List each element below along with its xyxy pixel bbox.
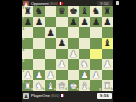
square-f8[interactable]: ♝ [79, 6, 90, 17]
square-g8[interactable]: ♞ [90, 6, 101, 17]
square-c4[interactable] [45, 49, 56, 60]
piece-white-pawn[interactable]: ♟ [35, 70, 43, 80]
menu-icon[interactable] [116, 1, 119, 5]
rank-label-7: 7 [23, 17, 25, 20]
square-f3[interactable]: ♞ [79, 59, 90, 70]
square-b3[interactable] [33, 59, 44, 70]
square-h5[interactable]: ♝ [102, 38, 113, 49]
player-clock: 9:56 [97, 93, 112, 99]
piece-white-king[interactable]: ♚ [69, 81, 77, 91]
square-c7[interactable] [45, 17, 56, 28]
square-f5[interactable] [79, 38, 90, 49]
square-a6[interactable]: 6 [22, 27, 33, 38]
square-g1[interactable]: g [90, 80, 101, 91]
file-label-h: h [111, 88, 113, 91]
square-h7[interactable]: ♟ [102, 17, 113, 28]
piece-black-pawn[interactable]: ♟ [46, 28, 54, 38]
square-h2[interactable] [102, 70, 113, 81]
piece-white-queen[interactable]: ♛ [58, 81, 66, 91]
square-e5[interactable] [68, 38, 79, 49]
square-d1[interactable]: d♛ [56, 80, 67, 91]
rank-label-5: 5 [23, 38, 25, 41]
player-name[interactable]: PlayerOne(800) [31, 93, 64, 99]
square-a4[interactable]: 4 [22, 49, 33, 60]
square-e6[interactable] [68, 27, 79, 38]
piece-white-pawn[interactable]: ♟ [58, 59, 66, 69]
square-b2[interactable]: ♟ [33, 70, 44, 81]
square-c6[interactable]: ♟ [45, 27, 56, 38]
player-bar: ♟ PlayerOne(800) 9:56 [22, 92, 113, 100]
square-g3[interactable] [90, 59, 101, 70]
square-e1[interactable]: e♚ [68, 80, 79, 91]
square-e7[interactable]: ♟ [68, 17, 79, 28]
square-b6[interactable] [33, 27, 44, 38]
square-f4[interactable] [79, 49, 90, 60]
square-c5[interactable] [45, 38, 56, 49]
piece-black-bishop[interactable]: ♝ [81, 6, 89, 16]
piece-white-rook[interactable]: ♜ [24, 81, 32, 91]
square-h1[interactable]: h♜ [102, 80, 113, 91]
square-g6[interactable] [90, 27, 101, 38]
square-a3[interactable]: 3 [22, 59, 33, 70]
piece-white-knight[interactable]: ♞ [35, 81, 43, 91]
square-a5[interactable]: 5 [22, 38, 33, 49]
piece-white-knight[interactable]: ♞ [81, 59, 89, 69]
piece-white-bishop[interactable]: ♝ [81, 81, 89, 91]
chess-board[interactable]: 8♜♞♛♚♝♞♜7♟♟♟♟♟♟6♟5♟♝4♟3♟♞♟2♟♟♟♟♟1a♜b♞c♝d… [22, 6, 113, 91]
square-e8[interactable]: ♚ [68, 6, 79, 17]
square-d7[interactable] [56, 17, 67, 28]
piece-black-pawn[interactable]: ♟ [24, 17, 32, 27]
square-a1[interactable]: 1a♜ [22, 80, 33, 91]
rank-label-8: 8 [23, 7, 25, 10]
square-a2[interactable]: 2♟ [22, 70, 33, 81]
square-g7[interactable]: ♟ [90, 17, 101, 28]
rank-label-1: 1 [23, 81, 25, 84]
piece-white-pawn[interactable]: ♟ [103, 59, 111, 69]
player-name-label: PlayerOne [31, 93, 50, 98]
square-c8[interactable] [45, 6, 56, 17]
square-e2[interactable] [68, 70, 79, 81]
square-b8[interactable]: ♞ [33, 6, 44, 17]
square-a8[interactable]: 8♜ [22, 6, 33, 17]
square-b5[interactable] [33, 38, 44, 49]
player-avatar[interactable]: ♟ [23, 93, 29, 99]
square-d2[interactable] [56, 70, 67, 81]
square-a7[interactable]: 7♟ [22, 17, 33, 28]
square-f2[interactable]: ♟ [79, 70, 90, 81]
square-b1[interactable]: b♞ [33, 80, 44, 91]
game-app: ♟ Opponent(800) 9:50 8♜♞♛♚♝♞♜7♟♟♟♟♟♟6♟5♟… [22, 0, 113, 102]
piece-white-rook[interactable]: ♜ [103, 81, 111, 91]
square-c2[interactable]: ♟ [45, 70, 56, 81]
square-d4[interactable] [56, 49, 67, 60]
square-h4[interactable] [102, 49, 113, 60]
rank-label-3: 3 [23, 60, 25, 63]
piece-black-pawn[interactable]: ♟ [69, 17, 77, 27]
square-d5[interactable]: ♟ [56, 38, 67, 49]
square-c3[interactable] [45, 59, 56, 70]
rank-label-6: 6 [23, 28, 25, 31]
piece-black-queen[interactable]: ♛ [58, 6, 66, 16]
square-h3[interactable]: ♟ [102, 59, 113, 70]
square-b7[interactable]: ♟ [33, 17, 44, 28]
player-flag-icon [60, 94, 64, 97]
square-h6[interactable] [102, 27, 113, 38]
screen: ♟ Opponent(800) 9:50 8♜♞♛♚♝♞♜7♟♟♟♟♟♟6♟5♟… [0, 0, 136, 102]
piece-white-pawn[interactable]: ♟ [24, 70, 32, 80]
piece-white-pawn[interactable]: ♟ [69, 49, 77, 59]
square-g4[interactable] [90, 49, 101, 60]
pawn-icon: ♟ [24, 93, 28, 99]
square-f7[interactable]: ♟ [79, 17, 90, 28]
piece-black-bishop[interactable]: ♝ [103, 38, 111, 48]
piece-black-pawn[interactable]: ♟ [35, 17, 43, 27]
piece-black-rook[interactable]: ♜ [24, 6, 32, 16]
square-g5[interactable] [90, 38, 101, 49]
square-h8[interactable]: ♜ [102, 6, 113, 17]
square-d3[interactable]: ♟ [56, 59, 67, 70]
player-rating: (800) [51, 94, 59, 98]
rank-label-4: 4 [23, 49, 25, 52]
square-e4[interactable]: ♟ [68, 49, 79, 60]
piece-black-pawn[interactable]: ♟ [58, 38, 66, 48]
square-d8[interactable]: ♛ [56, 6, 67, 17]
piece-black-king[interactable]: ♚ [69, 6, 77, 16]
square-g2[interactable]: ♟ [90, 70, 101, 81]
piece-white-pawn[interactable]: ♟ [81, 70, 89, 80]
piece-black-pawn[interactable]: ♟ [92, 17, 100, 27]
piece-black-knight[interactable]: ♞ [92, 6, 100, 16]
square-f6[interactable] [79, 27, 90, 38]
square-d6[interactable] [56, 27, 67, 38]
piece-white-bishop[interactable]: ♝ [46, 81, 54, 91]
piece-black-pawn[interactable]: ♟ [103, 17, 111, 27]
piece-white-pawn[interactable]: ♟ [92, 70, 100, 80]
square-b4[interactable] [33, 49, 44, 60]
square-e3[interactable] [68, 59, 79, 70]
piece-black-knight[interactable]: ♞ [35, 6, 43, 16]
rank-label-2: 2 [23, 70, 25, 73]
piece-black-rook[interactable]: ♜ [103, 6, 111, 16]
opponent-flag-icon [59, 2, 63, 5]
square-c1[interactable]: c♝ [45, 80, 56, 91]
piece-white-pawn[interactable]: ♟ [46, 70, 54, 80]
piece-black-pawn[interactable]: ♟ [81, 17, 89, 27]
square-f1[interactable]: f♝ [79, 80, 90, 91]
